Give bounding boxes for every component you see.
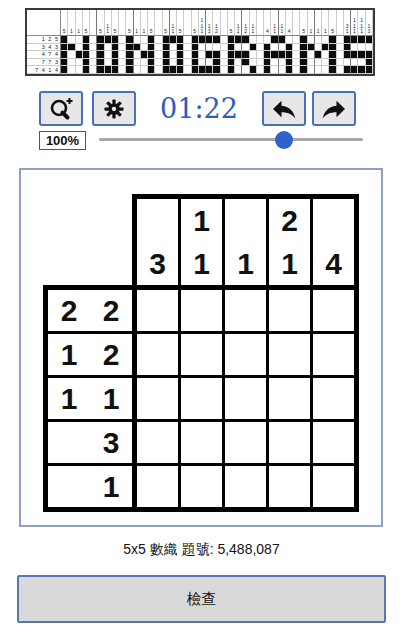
logo-cell	[337, 59, 344, 67]
logo-col-clue: 11	[279, 10, 286, 35]
logo-cell	[76, 66, 83, 74]
col-clue-4[interactable]: 21	[269, 199, 310, 285]
logo-cell	[184, 59, 191, 67]
logo-cell	[134, 36, 141, 44]
logo-cell	[286, 36, 293, 44]
logo-col-clue: 5	[61, 10, 68, 35]
logo-cell	[337, 66, 344, 74]
logo-cell	[286, 59, 293, 67]
clue-number[interactable]: 3	[90, 426, 132, 460]
clue-number[interactable]: 1	[193, 242, 210, 285]
timer: 01:22	[136, 93, 262, 124]
logo-col-clue: 12	[213, 10, 220, 35]
logo-cell	[83, 36, 90, 44]
logo-cell	[228, 66, 235, 74]
undo-icon	[269, 94, 299, 124]
logo-cell	[228, 51, 235, 59]
logo-col-clue: 1	[68, 10, 75, 35]
logo-cell	[300, 44, 307, 52]
logo-col-clue: 11	[235, 10, 242, 35]
logo-cell	[76, 59, 83, 67]
logo-cell	[235, 66, 242, 74]
logo-cell	[141, 59, 148, 67]
logo-cell	[351, 66, 358, 74]
logo-cell	[250, 59, 257, 67]
logo-cell	[90, 66, 97, 74]
logo-cell	[134, 51, 141, 59]
gear-icon	[101, 96, 127, 122]
logo-row-clue: 1 2 5	[27, 36, 60, 44]
slider-thumb[interactable]	[275, 131, 293, 149]
logo-cell	[242, 66, 249, 74]
logo-cell	[358, 66, 365, 74]
logo-cell	[221, 66, 228, 74]
logo-cell	[358, 44, 365, 52]
col-clue-1[interactable]: 3	[137, 199, 178, 285]
clue-number[interactable]: 2	[48, 294, 90, 328]
clue-number[interactable]: 3	[149, 242, 166, 285]
logo-cell	[213, 51, 220, 59]
clue-number[interactable]: 1	[90, 470, 132, 504]
logo-col-clue: 5	[97, 10, 104, 35]
logo-cell	[170, 51, 177, 59]
logo-cell	[315, 44, 322, 52]
logo-cell	[90, 59, 97, 67]
logo-cell	[271, 66, 278, 74]
redo-icon	[319, 94, 349, 124]
logo-cell	[242, 44, 249, 52]
logo-col-clue: 5	[163, 10, 170, 35]
logo-cell	[221, 44, 228, 52]
cell-r1c2[interactable]	[181, 290, 222, 331]
logo-col-clue: 11	[250, 10, 257, 35]
logo-cell	[192, 66, 199, 74]
logo-cell	[213, 44, 220, 52]
logo-cell	[83, 51, 90, 59]
logo-cell	[61, 44, 68, 52]
logo-cell	[366, 44, 373, 52]
logo-cell	[105, 66, 112, 74]
cell-r5c4[interactable]	[269, 466, 310, 507]
logo-cell	[90, 51, 97, 59]
logo-col-clue: 13	[206, 10, 213, 35]
cell-r3c5[interactable]	[313, 378, 354, 419]
clue-number[interactable]: 1	[48, 382, 90, 416]
logo-cell	[177, 51, 184, 59]
clue-number[interactable]: 1	[90, 382, 132, 416]
cell-r3c2[interactable]	[181, 378, 222, 419]
logo-cell	[126, 59, 133, 67]
logo-cell	[184, 44, 191, 52]
logo-cell	[97, 51, 104, 59]
logo-cell	[206, 66, 213, 74]
logo-cell	[61, 36, 68, 44]
logo-cell	[184, 66, 191, 74]
logo-cell	[76, 51, 83, 59]
logo-cell	[97, 66, 104, 74]
cell-r4c5[interactable]	[313, 422, 354, 463]
logo-cell	[97, 44, 104, 52]
logo-cell	[199, 36, 206, 44]
logo-cell	[105, 51, 112, 59]
logo-cell	[170, 36, 177, 44]
logo-cell	[184, 51, 191, 59]
logo-cell	[221, 59, 228, 67]
logo-cell	[257, 59, 264, 67]
nonograms-logo: 5115511551155115511113125111211411114511…	[25, 8, 375, 76]
zoom-in-icon	[48, 95, 75, 122]
logo-cell	[271, 59, 278, 67]
logo-col-clue: 13	[366, 10, 373, 35]
logo-cell	[264, 36, 271, 44]
logo-cell	[286, 44, 293, 52]
logo-col-clue	[119, 10, 126, 35]
row-clue-2[interactable]: 12	[48, 334, 132, 375]
clue-number[interactable]: 2	[90, 294, 132, 328]
logo-cell	[68, 59, 75, 67]
cell-r4c3[interactable]	[225, 422, 266, 463]
logo-row-clue: 7 4 1 4	[27, 66, 60, 74]
logo-cell	[257, 36, 264, 44]
cell-r2c1[interactable]	[137, 334, 178, 375]
logo-cell	[300, 36, 307, 44]
logo-cell	[148, 51, 155, 59]
logo-row-clue: 3 4 3	[27, 44, 60, 52]
logo-grid	[61, 36, 373, 74]
logo-cell	[68, 66, 75, 74]
logo-cell	[155, 36, 162, 44]
puzzle-corner	[43, 194, 132, 285]
logo-row-clues: 1 2 53 4 34 7 47 7 37 4 1 4	[27, 36, 61, 74]
logo-col-clue: 1	[322, 10, 329, 35]
logo-cell	[155, 59, 162, 67]
logo-cell	[242, 36, 249, 44]
col-clue-5[interactable]: 4	[313, 199, 354, 285]
logo-col-clue: 111	[199, 10, 206, 35]
toolbar: 01:22	[39, 91, 356, 126]
logo-col-clue	[293, 10, 300, 35]
logo-cell	[170, 59, 177, 67]
logo-cell	[308, 59, 315, 67]
logo-cell	[300, 59, 307, 67]
logo-cell	[250, 36, 257, 44]
logo-cell	[242, 51, 249, 59]
logo-cell	[126, 66, 133, 74]
clue-number[interactable]: 1	[281, 242, 298, 285]
logo-cell	[68, 51, 75, 59]
row-clue-5[interactable]: 1	[48, 466, 132, 507]
logo-cell	[148, 36, 155, 44]
logo-cell	[141, 36, 148, 44]
logo-col-clue: 11	[170, 10, 177, 35]
logo-cell	[155, 51, 162, 59]
logo-cell	[337, 44, 344, 52]
cell-r3c1[interactable]	[137, 378, 178, 419]
logo-cell	[206, 36, 213, 44]
logo-cell	[264, 44, 271, 52]
logo-cell	[97, 59, 104, 67]
logo-cell	[351, 51, 358, 59]
logo-col-clue: 5	[148, 10, 155, 35]
logo-cell	[148, 59, 155, 67]
logo-cell	[279, 59, 286, 67]
logo-cell	[329, 36, 336, 44]
logo-cell	[257, 66, 264, 74]
cell-r2c5[interactable]	[313, 334, 354, 375]
col-clue-2[interactable]: 11	[181, 199, 222, 285]
logo-cell	[199, 59, 206, 67]
logo-cell	[76, 36, 83, 44]
logo-cell	[344, 51, 351, 59]
cell-r4c4[interactable]	[269, 422, 310, 463]
logo-cell	[105, 36, 112, 44]
row-clue-3[interactable]: 11	[48, 378, 132, 419]
logo-cell	[213, 59, 220, 67]
logo-cell	[358, 36, 365, 44]
logo-cell	[329, 44, 336, 52]
logo-cell	[250, 44, 257, 52]
logo-cell	[329, 51, 336, 59]
logo-cell	[337, 36, 344, 44]
logo-cell	[61, 66, 68, 74]
col-clue-3[interactable]: 1	[225, 199, 266, 285]
cell-r1c5[interactable]	[313, 290, 354, 331]
logo-cell	[126, 44, 133, 52]
logo-col-clue	[184, 10, 191, 35]
logo-cell	[148, 66, 155, 74]
cell-r1c1[interactable]	[137, 290, 178, 331]
logo-cell	[83, 66, 90, 74]
check-button[interactable]: 檢查	[17, 575, 386, 623]
logo-cell	[61, 51, 68, 59]
logo-cell	[351, 59, 358, 67]
logo-cell	[221, 36, 228, 44]
logo-cell	[315, 59, 322, 67]
undo-button[interactable]	[262, 91, 306, 126]
cell-r3c3[interactable]	[225, 378, 266, 419]
zoom-in-button[interactable]	[39, 91, 83, 126]
logo-cell	[90, 44, 97, 52]
logo-cell	[366, 51, 373, 59]
logo-cell	[134, 44, 141, 52]
cell-r3c4[interactable]	[269, 378, 310, 419]
logo-cell	[286, 51, 293, 59]
puzzle-col-clues: 3111214	[132, 194, 359, 285]
logo-cell	[308, 51, 315, 59]
logo-row-clue: 4 7 4	[27, 51, 60, 59]
logo-cell	[163, 59, 170, 67]
logo-col-clue: 5	[177, 10, 184, 35]
row-clue-1[interactable]: 22	[48, 290, 132, 331]
clue-number[interactable]: 1	[237, 242, 254, 285]
logo-cell	[177, 59, 184, 67]
logo-cell	[192, 59, 199, 67]
logo-cell	[68, 36, 75, 44]
logo-cell	[257, 51, 264, 59]
logo-cell	[293, 44, 300, 52]
logo-cell	[112, 66, 119, 74]
logo-cell	[235, 59, 242, 67]
logo-cell	[163, 51, 170, 59]
logo-cell	[228, 59, 235, 67]
logo-cell	[293, 59, 300, 67]
logo-cell	[199, 51, 206, 59]
logo-cell	[184, 36, 191, 44]
logo-cell	[358, 51, 365, 59]
logo-cell	[90, 36, 97, 44]
logo-col-clue: 5	[329, 10, 336, 35]
clue-number[interactable]: 2	[90, 338, 132, 372]
cell-r5c5[interactable]	[313, 466, 354, 507]
logo-cell	[213, 36, 220, 44]
cell-r2c4[interactable]	[269, 334, 310, 375]
logo-corner	[27, 10, 61, 36]
logo-cell	[170, 44, 177, 52]
logo-cell	[271, 36, 278, 44]
logo-cell	[134, 66, 141, 74]
logo-cell	[337, 51, 344, 59]
logo-col-clue: 11	[105, 10, 112, 35]
logo-col-clue: 1	[141, 10, 148, 35]
zoom-value-box: 100%	[39, 131, 86, 150]
logo-col-clue: 11	[271, 10, 278, 35]
logo-cell	[141, 51, 148, 59]
logo-col-clue: 1	[315, 10, 322, 35]
logo-col-clue: 5	[192, 10, 199, 35]
logo-cell	[83, 44, 90, 52]
logo-cell	[322, 59, 329, 67]
logo-cell	[126, 36, 133, 44]
logo-col-clue: 111	[351, 10, 358, 35]
logo-cell	[119, 66, 126, 74]
clue-number[interactable]: 4	[325, 242, 342, 285]
logo-cell	[221, 51, 228, 59]
logo-cell	[315, 51, 322, 59]
clue-number[interactable]: 2	[281, 199, 298, 242]
logo-cell	[141, 44, 148, 52]
cell-r5c2[interactable]	[181, 466, 222, 507]
logo-cell	[279, 66, 286, 74]
logo-cell	[141, 66, 148, 74]
logo-col-clue	[337, 10, 344, 35]
logo-cell	[61, 59, 68, 67]
logo-cell	[366, 66, 373, 74]
logo-cell	[308, 66, 315, 74]
cell-r5c3[interactable]	[225, 466, 266, 507]
logo-cell	[279, 51, 286, 59]
logo-cell	[119, 51, 126, 59]
logo-cell	[206, 44, 213, 52]
logo-cell	[119, 44, 126, 52]
logo-col-clue: 5	[126, 10, 133, 35]
clue-number[interactable]: 1	[48, 338, 90, 372]
logo-cell	[308, 44, 315, 52]
logo-cell	[264, 51, 271, 59]
logo-cell	[344, 59, 351, 67]
redo-button[interactable]	[312, 91, 356, 126]
logo-cell	[279, 36, 286, 44]
logo-cell	[344, 66, 351, 74]
puzzle-row-clues: 22121131	[43, 285, 132, 512]
logo-col-clue: 4	[264, 10, 271, 35]
logo-col-clue: 12	[242, 10, 249, 35]
logo-cell	[271, 51, 278, 59]
logo-cell	[163, 44, 170, 52]
logo-cell	[264, 59, 271, 67]
logo-cell	[112, 51, 119, 59]
logo-cell	[293, 51, 300, 59]
cell-r5c1[interactable]	[137, 466, 178, 507]
logo-col-clue	[155, 10, 162, 35]
cell-r2c3[interactable]	[225, 334, 266, 375]
logo-col-clue	[90, 10, 97, 35]
logo-cell	[206, 51, 213, 59]
logo-col-clue: 1	[76, 10, 83, 35]
logo-cell	[134, 59, 141, 67]
logo-cell	[235, 51, 242, 59]
logo-col-clue: 1	[308, 10, 315, 35]
zoom-slider[interactable]	[99, 130, 363, 150]
logo-cell	[329, 59, 336, 67]
logo-col-clues: 5115511551155115511113125111211411114511…	[61, 10, 373, 36]
logo-cell	[228, 44, 235, 52]
logo-cell	[366, 59, 373, 67]
zoom-slider-row: 100%	[39, 130, 363, 150]
cell-r4c2[interactable]	[181, 422, 222, 463]
logo-cell	[177, 66, 184, 74]
logo-cell	[199, 66, 206, 74]
logo-cell	[358, 59, 365, 67]
logo-cell	[257, 44, 264, 52]
logo-cell	[192, 44, 199, 52]
logo-cell	[192, 36, 199, 44]
cell-r4c1[interactable]	[137, 422, 178, 463]
logo-cell	[344, 44, 351, 52]
logo-cell	[126, 51, 133, 59]
logo-cell	[264, 66, 271, 74]
logo-cell	[148, 44, 155, 52]
settings-button[interactable]	[92, 91, 136, 126]
row-clue-4[interactable]: 3	[48, 422, 132, 463]
logo-cell	[300, 51, 307, 59]
clue-number[interactable]: 1	[193, 199, 210, 242]
cell-r1c3[interactable]	[225, 290, 266, 331]
logo-cell	[112, 36, 119, 44]
logo-cell	[322, 44, 329, 52]
logo-col-clue: 1	[134, 10, 141, 35]
logo-cell	[293, 36, 300, 44]
logo-cell	[322, 36, 329, 44]
logo-cell	[206, 59, 213, 67]
logo-cell	[105, 44, 112, 52]
logo-col-clue: 31	[344, 10, 351, 35]
slider-track[interactable]	[99, 138, 363, 141]
cell-r1c4[interactable]	[269, 290, 310, 331]
logo-cell	[192, 51, 199, 59]
logo-col-clue: 5	[228, 10, 235, 35]
logo-cell	[322, 66, 329, 74]
logo-cell	[235, 44, 242, 52]
logo-cell	[163, 36, 170, 44]
cell-r2c2[interactable]	[181, 334, 222, 375]
logo-cell	[97, 36, 104, 44]
logo-col-clue: 4	[286, 10, 293, 35]
logo-cell	[300, 66, 307, 74]
logo-cell	[105, 59, 112, 67]
logo-cell	[250, 66, 257, 74]
logo-cell	[271, 44, 278, 52]
puzzle-caption: 5x5 數織 題號: 5,488,087	[0, 541, 403, 559]
